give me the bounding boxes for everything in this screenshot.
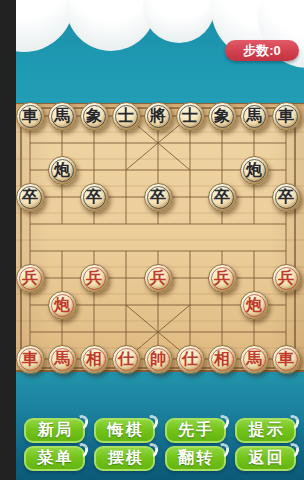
piece-ring xyxy=(147,105,170,128)
piece-red-帥-f4r9[interactable]: 帥 xyxy=(144,345,173,374)
piece-ring xyxy=(275,267,298,290)
button-label: 悔棋 xyxy=(106,420,144,441)
piece-ring xyxy=(115,348,138,371)
piece-red-兵-f8r6[interactable]: 兵 xyxy=(272,264,301,293)
piece-red-車-f8r9[interactable]: 車 xyxy=(272,345,301,374)
piece-red-兵-f0r6[interactable]: 兵 xyxy=(16,264,45,293)
piece-black-馬-f7r0[interactable]: 馬 xyxy=(240,102,269,131)
piece-red-仕-f3r9[interactable]: 仕 xyxy=(112,345,141,374)
cloud xyxy=(143,0,215,43)
piece-ring xyxy=(83,267,106,290)
piece-ring xyxy=(243,105,266,128)
new-game-button[interactable]: 新局 xyxy=(24,418,85,443)
piece-black-馬-f1r0[interactable]: 馬 xyxy=(48,102,77,131)
piece-ring xyxy=(83,186,106,209)
piece-ring xyxy=(51,348,74,371)
piece-red-馬-f7r9[interactable]: 馬 xyxy=(240,345,269,374)
piece-ring xyxy=(179,105,202,128)
piece-black-車-f0r0[interactable]: 車 xyxy=(16,102,45,131)
app-screen: 步数:0 車 xyxy=(16,0,304,480)
first-move-button[interactable]: 先手 xyxy=(165,418,226,443)
button-label: 新局 xyxy=(36,420,74,441)
piece-red-兵-f4r6[interactable]: 兵 xyxy=(144,264,173,293)
xiangqi-board[interactable]: 車馬象士將士象馬車炮炮卒卒卒卒卒兵兵兵兵兵炮炮車馬相仕帥仕相馬車 xyxy=(16,103,304,372)
piece-ring xyxy=(147,348,170,371)
piece-black-卒-f8r3[interactable]: 卒 xyxy=(272,183,301,212)
piece-ring xyxy=(19,186,42,209)
piece-ring xyxy=(83,348,106,371)
button-shine-icon xyxy=(213,441,230,460)
button-shine-icon xyxy=(284,441,301,460)
piece-ring xyxy=(51,294,74,317)
piece-black-士-f3r0[interactable]: 士 xyxy=(112,102,141,131)
piece-black-炮-f1r2[interactable]: 炮 xyxy=(48,156,77,185)
piece-black-車-f8r0[interactable]: 車 xyxy=(272,102,301,131)
piece-ring xyxy=(275,186,298,209)
piece-ring xyxy=(147,186,170,209)
piece-ring xyxy=(243,294,266,317)
piece-black-象-f6r0[interactable]: 象 xyxy=(208,102,237,131)
piece-ring xyxy=(83,105,106,128)
button-panel: 新局悔棋先手提示菜单摆棋翻转返回 xyxy=(16,418,304,471)
button-shine-icon xyxy=(213,413,230,432)
piece-red-炮-f1r7[interactable]: 炮 xyxy=(48,291,77,320)
piece-ring xyxy=(19,105,42,128)
piece-red-兵-f6r6[interactable]: 兵 xyxy=(208,264,237,293)
piece-ring xyxy=(51,105,74,128)
hint-button[interactable]: 提示 xyxy=(235,418,296,443)
piece-ring xyxy=(243,159,266,182)
piece-black-象-f2r0[interactable]: 象 xyxy=(80,102,109,131)
piece-black-卒-f4r3[interactable]: 卒 xyxy=(144,183,173,212)
button-label: 提示 xyxy=(246,420,284,441)
piece-ring xyxy=(243,348,266,371)
piece-ring xyxy=(179,348,202,371)
piece-ring xyxy=(211,348,234,371)
piece-black-士-f5r0[interactable]: 士 xyxy=(176,102,205,131)
button-label: 返回 xyxy=(246,448,284,469)
piece-ring xyxy=(147,267,170,290)
button-shine-icon xyxy=(143,441,160,460)
piece-red-相-f2r9[interactable]: 相 xyxy=(80,345,109,374)
setup-button[interactable]: 摆棋 xyxy=(94,446,155,471)
menu-button[interactable]: 菜单 xyxy=(24,446,85,471)
step-counter-badge: 步数:0 xyxy=(225,40,299,61)
piece-ring xyxy=(51,159,74,182)
back-button[interactable]: 返回 xyxy=(235,446,296,471)
piece-ring xyxy=(211,105,234,128)
undo-button[interactable]: 悔棋 xyxy=(94,418,155,443)
piece-black-將-f4r0[interactable]: 將 xyxy=(144,102,173,131)
piece-ring xyxy=(115,105,138,128)
piece-ring xyxy=(275,105,298,128)
piece-red-馬-f1r9[interactable]: 馬 xyxy=(48,345,77,374)
flip-button[interactable]: 翻转 xyxy=(165,446,226,471)
button-label: 先手 xyxy=(176,420,214,441)
piece-black-卒-f0r3[interactable]: 卒 xyxy=(16,183,45,212)
piece-black-卒-f2r3[interactable]: 卒 xyxy=(80,183,109,212)
piece-red-炮-f7r7[interactable]: 炮 xyxy=(240,291,269,320)
piece-red-相-f6r9[interactable]: 相 xyxy=(208,345,237,374)
button-shine-icon xyxy=(73,413,90,432)
board-grid xyxy=(16,104,304,373)
button-label: 菜单 xyxy=(36,448,74,469)
piece-ring xyxy=(275,348,298,371)
piece-red-兵-f2r6[interactable]: 兵 xyxy=(80,264,109,293)
piece-ring xyxy=(211,186,234,209)
button-shine-icon xyxy=(73,441,90,460)
button-shine-icon xyxy=(143,413,160,432)
step-counter-label: 步数:0 xyxy=(243,42,281,60)
piece-ring xyxy=(19,348,42,371)
piece-ring xyxy=(211,267,234,290)
piece-black-卒-f6r3[interactable]: 卒 xyxy=(208,183,237,212)
button-shine-icon xyxy=(284,413,301,432)
piece-red-仕-f5r9[interactable]: 仕 xyxy=(176,345,205,374)
piece-ring xyxy=(19,267,42,290)
piece-red-車-f0r9[interactable]: 車 xyxy=(16,345,45,374)
button-label: 摆棋 xyxy=(106,448,144,469)
piece-black-炮-f7r2[interactable]: 炮 xyxy=(240,156,269,185)
button-label: 翻转 xyxy=(176,448,214,469)
